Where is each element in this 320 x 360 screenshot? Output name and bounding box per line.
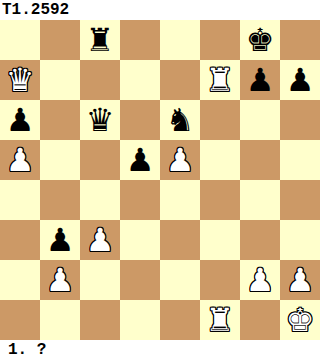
piece-white-pawn: ♟ — [246, 260, 275, 300]
square-h7[interactable]: ♟ — [280, 60, 320, 100]
square-h1[interactable]: ♚ — [280, 300, 320, 340]
piece-black-pawn: ♟ — [246, 60, 275, 100]
piece-black-pawn: ♟ — [286, 60, 315, 100]
square-f5[interactable] — [200, 140, 240, 180]
piece-white-king: ♚ — [286, 300, 315, 340]
square-d1[interactable] — [120, 300, 160, 340]
square-c1[interactable] — [80, 300, 120, 340]
piece-white-rook: ♜ — [206, 300, 235, 340]
square-c8[interactable]: ♜ — [80, 20, 120, 60]
square-b4[interactable] — [40, 180, 80, 220]
square-c4[interactable] — [80, 180, 120, 220]
square-g3[interactable] — [240, 220, 280, 260]
square-d8[interactable] — [120, 20, 160, 60]
square-c7[interactable] — [80, 60, 120, 100]
square-c3[interactable]: ♟ — [80, 220, 120, 260]
piece-black-pawn: ♟ — [6, 100, 35, 140]
piece-black-pawn: ♟ — [46, 220, 75, 260]
piece-white-pawn: ♟ — [6, 140, 35, 180]
square-g1[interactable] — [240, 300, 280, 340]
square-f7[interactable]: ♜ — [200, 60, 240, 100]
piece-black-queen: ♛ — [86, 100, 115, 140]
square-b8[interactable] — [40, 20, 80, 60]
piece-black-knight: ♞ — [166, 100, 195, 140]
square-e2[interactable] — [160, 260, 200, 300]
square-h3[interactable] — [280, 220, 320, 260]
piece-white-pawn: ♟ — [86, 220, 115, 260]
square-g8[interactable]: ♚ — [240, 20, 280, 60]
square-f1[interactable]: ♜ — [200, 300, 240, 340]
square-h4[interactable] — [280, 180, 320, 220]
piece-black-rook: ♜ — [86, 20, 115, 60]
piece-white-pawn: ♟ — [286, 260, 315, 300]
piece-black-pawn: ♟ — [126, 140, 155, 180]
square-e4[interactable] — [160, 180, 200, 220]
square-g4[interactable] — [240, 180, 280, 220]
square-a5[interactable]: ♟ — [0, 140, 40, 180]
piece-white-pawn: ♟ — [166, 140, 195, 180]
square-b7[interactable] — [40, 60, 80, 100]
square-c6[interactable]: ♛ — [80, 100, 120, 140]
square-e6[interactable]: ♞ — [160, 100, 200, 140]
square-h2[interactable]: ♟ — [280, 260, 320, 300]
square-b2[interactable]: ♟ — [40, 260, 80, 300]
square-e5[interactable]: ♟ — [160, 140, 200, 180]
square-e8[interactable] — [160, 20, 200, 60]
square-c5[interactable] — [80, 140, 120, 180]
square-e3[interactable] — [160, 220, 200, 260]
square-e7[interactable] — [160, 60, 200, 100]
square-f3[interactable] — [200, 220, 240, 260]
square-h6[interactable] — [280, 100, 320, 140]
square-f6[interactable] — [200, 100, 240, 140]
puzzle-id: T1.2592 — [0, 0, 320, 20]
chess-puzzle-page: T1.2592 ♜♚♛♜♟♟♟♛♞♟♟♟♟♟♟♟♟♜♚ 1. ? — [0, 0, 320, 360]
piece-white-pawn: ♟ — [46, 260, 75, 300]
square-a7[interactable]: ♛ — [0, 60, 40, 100]
square-f4[interactable] — [200, 180, 240, 220]
square-d4[interactable] — [120, 180, 160, 220]
square-h5[interactable] — [280, 140, 320, 180]
square-f2[interactable] — [200, 260, 240, 300]
square-d6[interactable] — [120, 100, 160, 140]
move-prompt: 1. ? — [0, 340, 320, 360]
square-a2[interactable] — [0, 260, 40, 300]
square-a3[interactable] — [0, 220, 40, 260]
chess-board: ♜♚♛♜♟♟♟♛♞♟♟♟♟♟♟♟♟♜♚ — [0, 20, 320, 340]
square-d5[interactable]: ♟ — [120, 140, 160, 180]
square-h8[interactable] — [280, 20, 320, 60]
square-b1[interactable] — [40, 300, 80, 340]
square-b5[interactable] — [40, 140, 80, 180]
piece-white-queen: ♛ — [6, 60, 35, 100]
square-f8[interactable] — [200, 20, 240, 60]
square-c2[interactable] — [80, 260, 120, 300]
square-b3[interactable]: ♟ — [40, 220, 80, 260]
square-b6[interactable] — [40, 100, 80, 140]
square-a1[interactable] — [0, 300, 40, 340]
square-g5[interactable] — [240, 140, 280, 180]
square-d2[interactable] — [120, 260, 160, 300]
square-a6[interactable]: ♟ — [0, 100, 40, 140]
square-g6[interactable] — [240, 100, 280, 140]
piece-white-rook: ♜ — [206, 60, 235, 100]
square-a4[interactable] — [0, 180, 40, 220]
square-e1[interactable] — [160, 300, 200, 340]
square-d7[interactable] — [120, 60, 160, 100]
square-a8[interactable] — [0, 20, 40, 60]
square-g2[interactable]: ♟ — [240, 260, 280, 300]
square-d3[interactable] — [120, 220, 160, 260]
piece-black-king: ♚ — [246, 20, 275, 60]
square-g7[interactable]: ♟ — [240, 60, 280, 100]
